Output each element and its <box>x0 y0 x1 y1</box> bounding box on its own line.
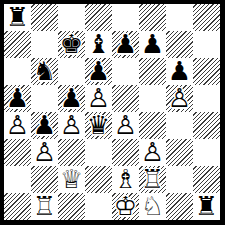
square-c2[interactable]: ♛♕ <box>58 166 85 193</box>
square-a5[interactable]: ♟ <box>4 85 31 112</box>
square-d2[interactable] <box>85 166 112 193</box>
white-rook-icon: ♜♖ <box>31 193 58 220</box>
square-a6[interactable] <box>4 58 31 85</box>
square-e2[interactable]: ♝♗ <box>112 166 139 193</box>
square-a7[interactable] <box>4 31 31 58</box>
white-pawn-icon: ♟♙ <box>4 112 31 139</box>
square-c6[interactable] <box>58 58 85 85</box>
square-b8[interactable] <box>31 4 58 31</box>
square-d4[interactable]: ♛ <box>85 112 112 139</box>
square-h3[interactable] <box>193 139 220 166</box>
square-f7[interactable]: ♟ <box>139 31 166 58</box>
square-e5[interactable] <box>112 85 139 112</box>
black-rook-icon: ♜ <box>4 4 31 31</box>
white-bishop-icon: ♝♗ <box>112 166 139 193</box>
square-c4[interactable]: ♟♙ <box>58 112 85 139</box>
square-g7[interactable] <box>166 31 193 58</box>
square-g5[interactable]: ♟♙ <box>166 85 193 112</box>
square-f6[interactable] <box>139 58 166 85</box>
square-d8[interactable] <box>85 4 112 31</box>
white-queen-icon: ♛♕ <box>58 166 85 193</box>
black-pawn-icon: ♟ <box>58 85 85 112</box>
square-b1[interactable]: ♜♖ <box>31 193 58 220</box>
square-a1[interactable] <box>4 193 31 220</box>
black-pawn-icon: ♟ <box>166 58 193 85</box>
white-rook-icon: ♜♖ <box>139 166 166 193</box>
square-h6[interactable] <box>193 58 220 85</box>
chess-board: ♜♚♝♟♟♞♟♟♟♟♟♙♟♙♟♙♟♟♙♛♟♙♟♙♟♙♛♕♝♗♜♖♜♖♚♔♞♘♜ <box>4 4 220 220</box>
black-queen-icon: ♛ <box>85 112 112 139</box>
black-pawn-icon: ♟ <box>31 112 58 139</box>
square-e6[interactable] <box>112 58 139 85</box>
square-c3[interactable] <box>58 139 85 166</box>
square-f5[interactable] <box>139 85 166 112</box>
black-pawn-icon: ♟ <box>85 58 112 85</box>
square-d3[interactable] <box>85 139 112 166</box>
square-e8[interactable] <box>112 4 139 31</box>
square-h7[interactable] <box>193 31 220 58</box>
square-b4[interactable]: ♟ <box>31 112 58 139</box>
square-b5[interactable] <box>31 85 58 112</box>
square-h8[interactable] <box>193 4 220 31</box>
square-f1[interactable]: ♞♘ <box>139 193 166 220</box>
black-rook-icon: ♜ <box>193 193 220 220</box>
square-f3[interactable]: ♟♙ <box>139 139 166 166</box>
black-pawn-icon: ♟ <box>112 31 139 58</box>
square-g1[interactable] <box>166 193 193 220</box>
white-knight-icon: ♞♘ <box>139 193 166 220</box>
square-b3[interactable]: ♟♙ <box>31 139 58 166</box>
square-h4[interactable] <box>193 112 220 139</box>
square-e4[interactable]: ♟♙ <box>112 112 139 139</box>
square-h1[interactable]: ♜ <box>193 193 220 220</box>
white-pawn-icon: ♟♙ <box>166 85 193 112</box>
square-a3[interactable] <box>4 139 31 166</box>
black-king-icon: ♚ <box>58 31 85 58</box>
black-knight-icon: ♞ <box>31 58 58 85</box>
white-king-icon: ♚♔ <box>112 193 139 220</box>
board-frame: ♜♚♝♟♟♞♟♟♟♟♟♙♟♙♟♙♟♟♙♛♟♙♟♙♟♙♛♕♝♗♜♖♜♖♚♔♞♘♜ <box>0 0 225 225</box>
square-e3[interactable] <box>112 139 139 166</box>
square-g6[interactable]: ♟ <box>166 58 193 85</box>
square-e1[interactable]: ♚♔ <box>112 193 139 220</box>
black-pawn-icon: ♟ <box>4 85 31 112</box>
square-c5[interactable]: ♟ <box>58 85 85 112</box>
square-c7[interactable]: ♚ <box>58 31 85 58</box>
square-a8[interactable]: ♜ <box>4 4 31 31</box>
square-f2[interactable]: ♜♖ <box>139 166 166 193</box>
chess-diagram: ♜♚♝♟♟♞♟♟♟♟♟♙♟♙♟♙♟♟♙♛♟♙♟♙♟♙♛♕♝♗♜♖♜♖♚♔♞♘♜ <box>0 0 225 225</box>
square-f4[interactable] <box>139 112 166 139</box>
square-c1[interactable] <box>58 193 85 220</box>
white-pawn-icon: ♟♙ <box>112 112 139 139</box>
white-pawn-icon: ♟♙ <box>58 112 85 139</box>
square-a2[interactable] <box>4 166 31 193</box>
square-b7[interactable] <box>31 31 58 58</box>
square-b6[interactable]: ♞ <box>31 58 58 85</box>
square-h5[interactable] <box>193 85 220 112</box>
square-d6[interactable]: ♟ <box>85 58 112 85</box>
square-g4[interactable] <box>166 112 193 139</box>
square-e7[interactable]: ♟ <box>112 31 139 58</box>
white-pawn-icon: ♟♙ <box>85 85 112 112</box>
square-c8[interactable] <box>58 4 85 31</box>
square-d1[interactable] <box>85 193 112 220</box>
square-f8[interactable] <box>139 4 166 31</box>
square-g2[interactable] <box>166 166 193 193</box>
square-g3[interactable] <box>166 139 193 166</box>
black-pawn-icon: ♟ <box>139 31 166 58</box>
square-h2[interactable] <box>193 166 220 193</box>
square-d7[interactable]: ♝ <box>85 31 112 58</box>
square-d5[interactable]: ♟♙ <box>85 85 112 112</box>
black-bishop-icon: ♝ <box>85 31 112 58</box>
square-a4[interactable]: ♟♙ <box>4 112 31 139</box>
square-g8[interactable] <box>166 4 193 31</box>
square-b2[interactable] <box>31 166 58 193</box>
white-pawn-icon: ♟♙ <box>139 139 166 166</box>
white-pawn-icon: ♟♙ <box>31 139 58 166</box>
